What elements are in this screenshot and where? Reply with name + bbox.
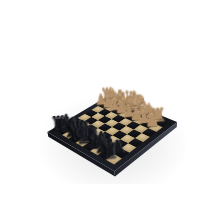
board-square: ♜ xyxy=(154,119,168,127)
board-square xyxy=(135,133,150,142)
board-square: ♟ xyxy=(114,149,130,159)
chess-set-photo: ♜♞♝♛♚♝♞♜♟♟♟♟♟♟♟♟♟♟♟♟♟♟♟♟♜♞♝♛♚♝♞♜ xyxy=(0,0,220,220)
